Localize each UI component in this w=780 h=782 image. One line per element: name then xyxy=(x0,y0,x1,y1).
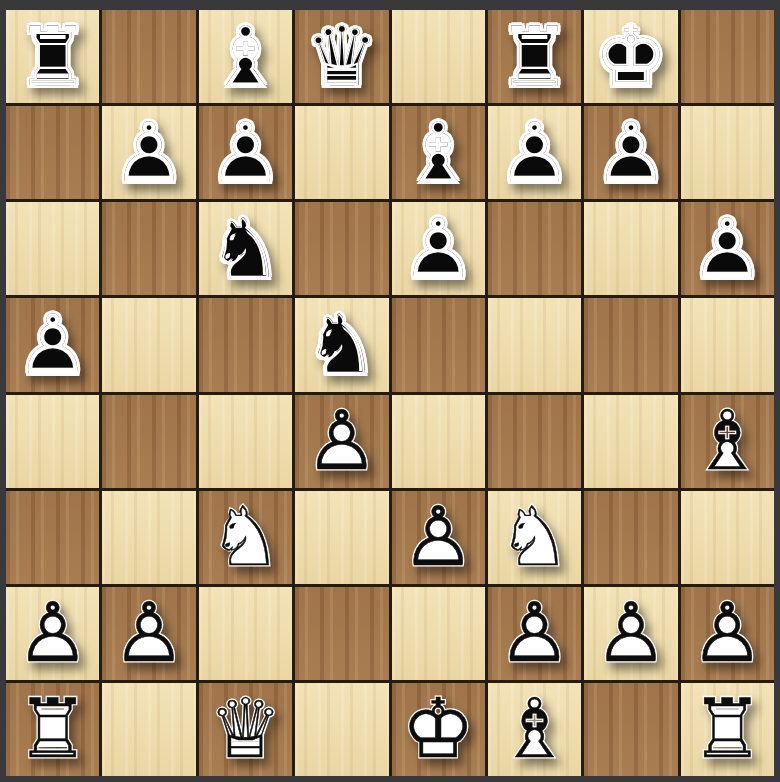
square-c6[interactable]: ♞♘ xyxy=(199,202,292,295)
square-g6[interactable] xyxy=(584,202,677,295)
square-a2[interactable]: ♟♙ xyxy=(6,587,99,680)
black-knight[interactable]: ♞♘ xyxy=(295,298,388,391)
square-c8[interactable]: ♝♗ xyxy=(199,10,292,103)
square-d1[interactable] xyxy=(295,683,388,776)
square-b4[interactable] xyxy=(102,395,195,488)
piece-detail-glyph: ♙ xyxy=(305,400,379,482)
square-h1[interactable]: ♜♖ xyxy=(681,683,774,776)
white-rook[interactable]: ♜♖ xyxy=(681,683,774,776)
square-a1[interactable]: ♜♖ xyxy=(6,683,99,776)
piece-detail-glyph: ♙ xyxy=(498,112,572,194)
piece-detail-glyph: ♘ xyxy=(209,208,283,290)
square-d5[interactable]: ♞♘ xyxy=(295,298,388,391)
piece-detail-glyph: ♖ xyxy=(16,688,90,770)
square-a7[interactable] xyxy=(6,106,99,199)
piece-detail-glyph: ♙ xyxy=(498,592,572,674)
square-e7[interactable]: ♝♗ xyxy=(392,106,485,199)
white-pawn[interactable]: ♟♙ xyxy=(584,587,677,680)
square-e3[interactable]: ♟♙ xyxy=(392,491,485,584)
square-e6[interactable]: ♟♙ xyxy=(392,202,485,295)
piece-detail-glyph: ♔ xyxy=(594,16,668,98)
piece-detail-glyph: ♙ xyxy=(209,112,283,194)
square-c2[interactable] xyxy=(199,587,292,680)
piece-detail-glyph: ♙ xyxy=(691,208,765,290)
square-c5[interactable] xyxy=(199,298,292,391)
square-a5[interactable]: ♟♙ xyxy=(6,298,99,391)
piece-detail-glyph: ♘ xyxy=(209,496,283,578)
square-e1[interactable]: ♚♔ xyxy=(392,683,485,776)
square-b2[interactable]: ♟♙ xyxy=(102,587,195,680)
square-f6[interactable] xyxy=(488,202,581,295)
square-h8[interactable] xyxy=(681,10,774,103)
square-g8[interactable]: ♚♔ xyxy=(584,10,677,103)
piece-detail-glyph: ♔ xyxy=(401,688,475,770)
square-a8[interactable]: ♜♖ xyxy=(6,10,99,103)
square-f2[interactable]: ♟♙ xyxy=(488,587,581,680)
black-king[interactable]: ♚♔ xyxy=(584,10,677,103)
white-queen[interactable]: ♛♕ xyxy=(199,683,292,776)
chess-board: ♜♖♝♗♛♕♜♖♚♔♟♙♟♙♝♗♟♙♟♙♞♘♟♙♟♙♟♙♞♘♟♙♝♗♞♘♟♙♞♘… xyxy=(6,10,774,776)
square-d2[interactable] xyxy=(295,587,388,680)
square-a4[interactable] xyxy=(6,395,99,488)
square-d6[interactable] xyxy=(295,202,388,295)
piece-detail-glyph: ♗ xyxy=(209,16,283,98)
square-d8[interactable]: ♛♕ xyxy=(295,10,388,103)
square-f8[interactable]: ♜♖ xyxy=(488,10,581,103)
piece-detail-glyph: ♕ xyxy=(305,16,379,98)
piece-detail-glyph: ♘ xyxy=(305,304,379,386)
black-bishop[interactable]: ♝♗ xyxy=(199,10,292,103)
black-queen[interactable]: ♛♕ xyxy=(295,10,388,103)
square-e8[interactable] xyxy=(392,10,485,103)
square-c1[interactable]: ♛♕ xyxy=(199,683,292,776)
black-pawn[interactable]: ♟♙ xyxy=(488,106,581,199)
piece-detail-glyph: ♖ xyxy=(691,688,765,770)
square-c7[interactable]: ♟♙ xyxy=(199,106,292,199)
board-frame: ♜♖♝♗♛♕♜♖♚♔♟♙♟♙♝♗♟♙♟♙♞♘♟♙♟♙♟♙♞♘♟♙♝♗♞♘♟♙♞♘… xyxy=(0,0,780,782)
black-pawn[interactable]: ♟♙ xyxy=(584,106,677,199)
square-d7[interactable] xyxy=(295,106,388,199)
square-b3[interactable] xyxy=(102,491,195,584)
white-pawn[interactable]: ♟♙ xyxy=(392,491,485,584)
black-pawn[interactable]: ♟♙ xyxy=(681,202,774,295)
square-d3[interactable] xyxy=(295,491,388,584)
piece-detail-glyph: ♖ xyxy=(498,16,572,98)
square-g4[interactable] xyxy=(584,395,677,488)
white-pawn[interactable]: ♟♙ xyxy=(681,587,774,680)
square-e2[interactable] xyxy=(392,587,485,680)
white-pawn[interactable]: ♟♙ xyxy=(102,587,195,680)
piece-detail-glyph: ♗ xyxy=(498,688,572,770)
piece-detail-glyph: ♙ xyxy=(112,592,186,674)
square-h6[interactable]: ♟♙ xyxy=(681,202,774,295)
white-knight[interactable]: ♞♘ xyxy=(488,491,581,584)
square-g7[interactable]: ♟♙ xyxy=(584,106,677,199)
square-h5[interactable] xyxy=(681,298,774,391)
white-knight[interactable]: ♞♘ xyxy=(199,491,292,584)
piece-detail-glyph: ♘ xyxy=(498,496,572,578)
square-g5[interactable] xyxy=(584,298,677,391)
square-h4[interactable]: ♝♗ xyxy=(681,395,774,488)
piece-detail-glyph: ♙ xyxy=(691,592,765,674)
square-f1[interactable]: ♝♗ xyxy=(488,683,581,776)
white-bishop[interactable]: ♝♗ xyxy=(681,395,774,488)
white-rook[interactable]: ♜♖ xyxy=(6,683,99,776)
square-f3[interactable]: ♞♘ xyxy=(488,491,581,584)
piece-detail-glyph: ♖ xyxy=(16,16,90,98)
white-pawn[interactable]: ♟♙ xyxy=(6,587,99,680)
piece-detail-glyph: ♙ xyxy=(401,208,475,290)
square-f4[interactable] xyxy=(488,395,581,488)
square-b6[interactable] xyxy=(102,202,195,295)
square-a6[interactable] xyxy=(6,202,99,295)
piece-detail-glyph: ♗ xyxy=(691,400,765,482)
piece-detail-glyph: ♙ xyxy=(594,112,668,194)
square-b5[interactable] xyxy=(102,298,195,391)
piece-detail-glyph: ♙ xyxy=(401,496,475,578)
square-c4[interactable] xyxy=(199,395,292,488)
piece-detail-glyph: ♙ xyxy=(594,592,668,674)
black-knight[interactable]: ♞♘ xyxy=(199,202,292,295)
black-rook[interactable]: ♜♖ xyxy=(6,10,99,103)
square-e4[interactable] xyxy=(392,395,485,488)
piece-detail-glyph: ♗ xyxy=(401,112,475,194)
white-king[interactable]: ♚♔ xyxy=(392,683,485,776)
square-f7[interactable]: ♟♙ xyxy=(488,106,581,199)
piece-detail-glyph: ♕ xyxy=(209,688,283,770)
black-pawn[interactable]: ♟♙ xyxy=(6,298,99,391)
black-pawn[interactable]: ♟♙ xyxy=(102,106,195,199)
square-a3[interactable] xyxy=(6,491,99,584)
black-pawn[interactable]: ♟♙ xyxy=(392,202,485,295)
square-e5[interactable] xyxy=(392,298,485,391)
piece-detail-glyph: ♙ xyxy=(16,592,90,674)
white-pawn[interactable]: ♟♙ xyxy=(488,587,581,680)
black-rook[interactable]: ♜♖ xyxy=(488,10,581,103)
square-f5[interactable] xyxy=(488,298,581,391)
black-pawn[interactable]: ♟♙ xyxy=(199,106,292,199)
square-h2[interactable]: ♟♙ xyxy=(681,587,774,680)
piece-detail-glyph: ♙ xyxy=(112,112,186,194)
square-g2[interactable]: ♟♙ xyxy=(584,587,677,680)
square-d4[interactable]: ♟♙ xyxy=(295,395,388,488)
white-pawn[interactable]: ♟♙ xyxy=(295,395,388,488)
square-h7[interactable] xyxy=(681,106,774,199)
square-b8[interactable] xyxy=(102,10,195,103)
square-c3[interactable]: ♞♘ xyxy=(199,491,292,584)
square-b1[interactable] xyxy=(102,683,195,776)
square-b7[interactable]: ♟♙ xyxy=(102,106,195,199)
square-g3[interactable] xyxy=(584,491,677,584)
white-bishop[interactable]: ♝♗ xyxy=(488,683,581,776)
square-g1[interactable] xyxy=(584,683,677,776)
black-bishop[interactable]: ♝♗ xyxy=(392,106,485,199)
square-h3[interactable] xyxy=(681,491,774,584)
piece-detail-glyph: ♙ xyxy=(16,304,90,386)
